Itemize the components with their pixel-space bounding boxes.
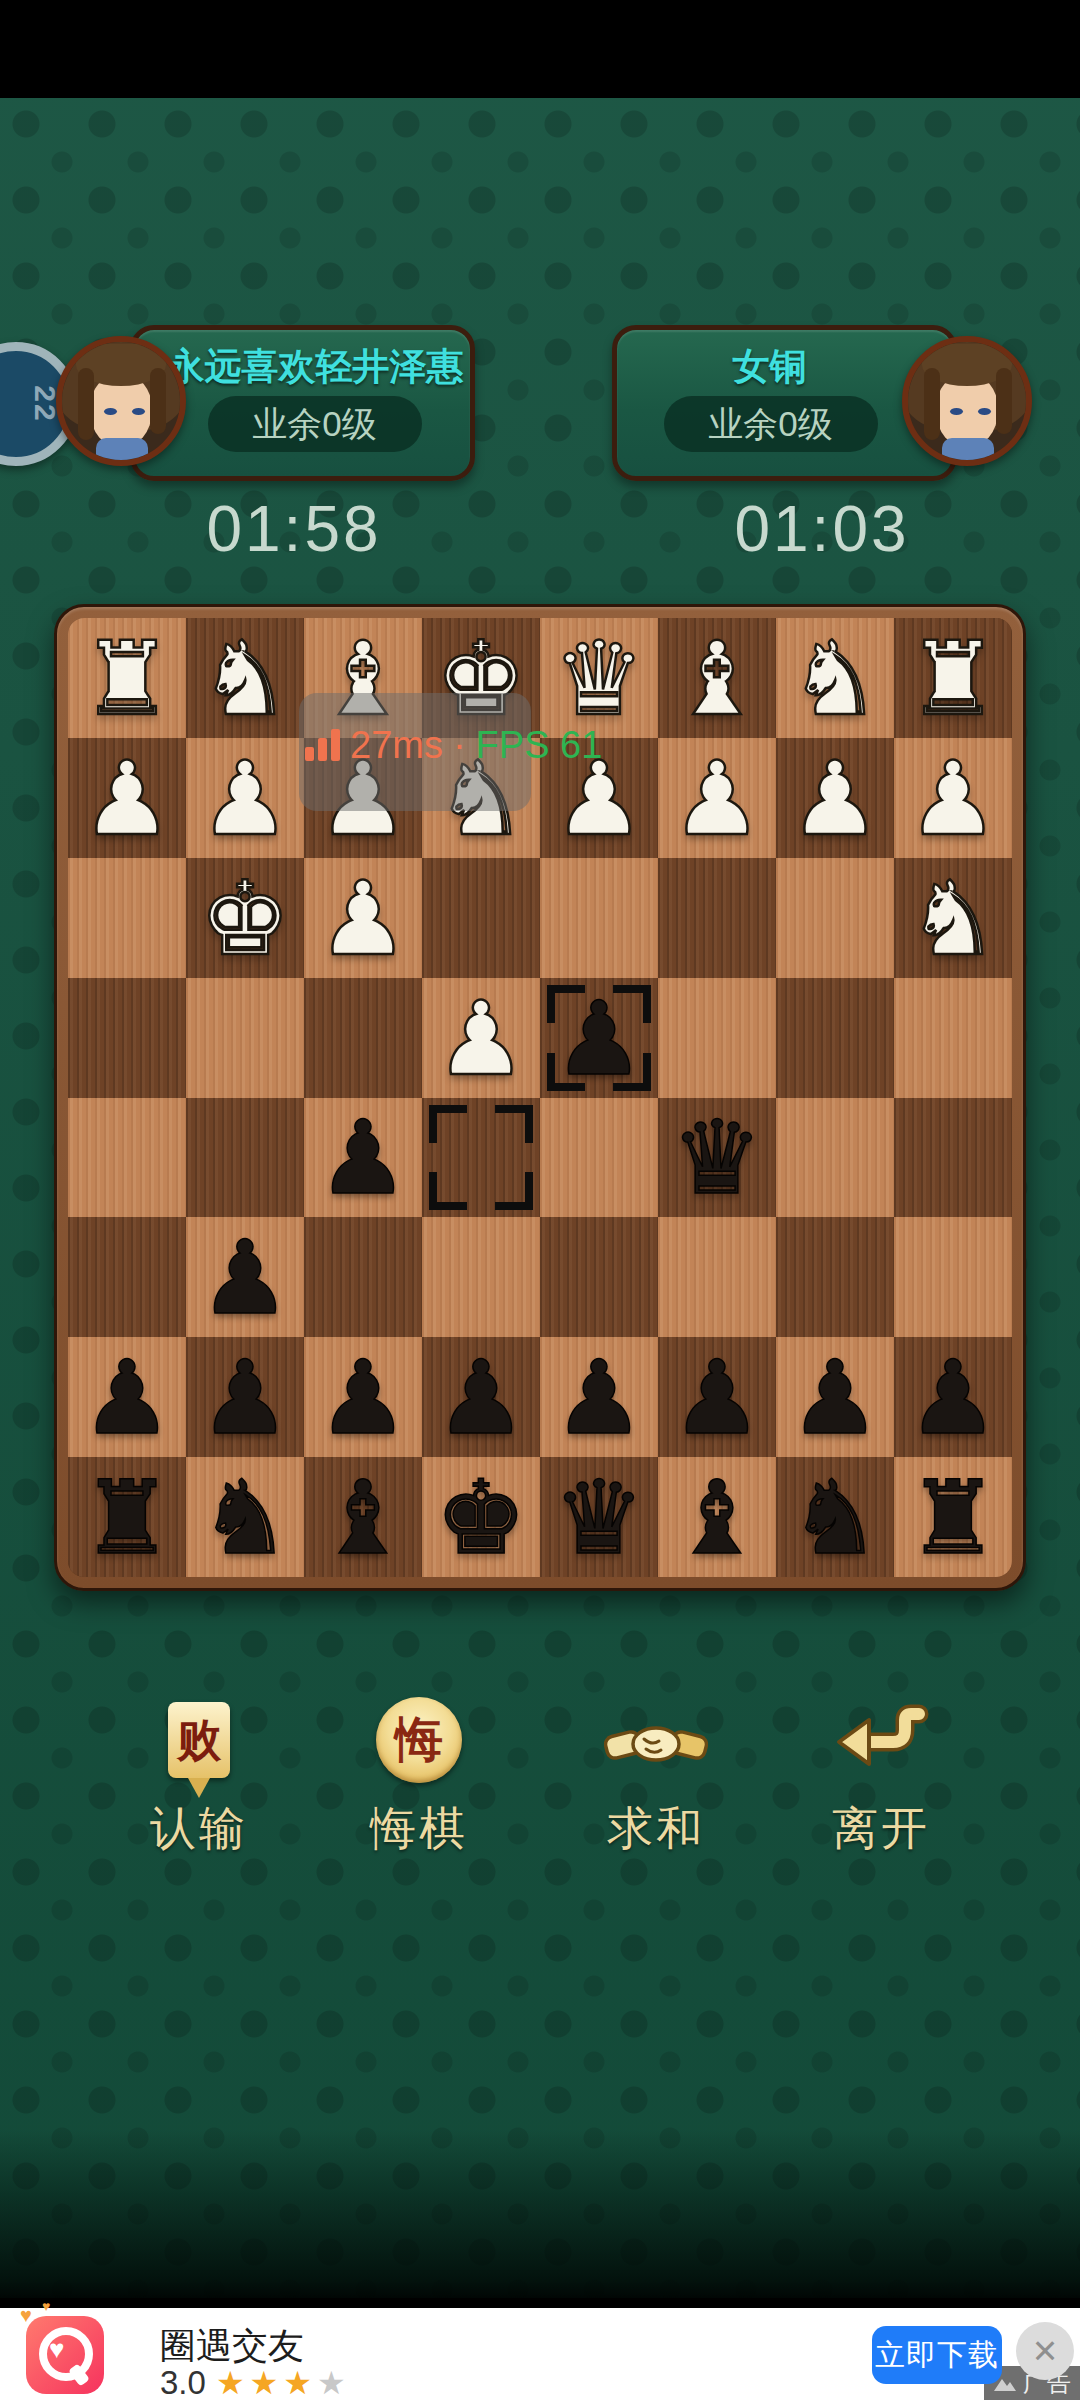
black-piece-p: ♟ xyxy=(199,1225,290,1329)
ad-close-button[interactable]: × xyxy=(1016,2322,1074,2380)
square-h1[interactable]: ♜ xyxy=(68,618,186,738)
avatar-hair-lock xyxy=(78,368,94,440)
ad-rating: 3.0 ★★★★ xyxy=(160,2364,351,2400)
square-e8[interactable]: ♚ xyxy=(422,1457,540,1577)
white-piece-b: ♝ xyxy=(671,626,762,730)
square-a8[interactable]: ♜ xyxy=(894,1457,1012,1577)
square-b8[interactable]: ♞ xyxy=(776,1457,894,1577)
square-b4[interactable] xyxy=(776,978,894,1098)
white-piece-p: ♟ xyxy=(81,746,172,850)
resign-button[interactable]: 败 认输 xyxy=(114,1688,284,1860)
square-b2[interactable]: ♟ xyxy=(776,738,894,858)
avatar-eye xyxy=(950,408,963,415)
square-f8[interactable]: ♝ xyxy=(304,1457,422,1577)
square-b5[interactable] xyxy=(776,1098,894,1218)
fps-value: FPS 61 xyxy=(476,724,603,767)
white-piece-n: ♞ xyxy=(907,866,998,970)
heart-icon: ♥ xyxy=(49,2334,64,2365)
download-button[interactable]: 立即下载 xyxy=(872,2326,1002,2384)
square-h4[interactable] xyxy=(68,978,186,1098)
square-a2[interactable]: ♟ xyxy=(894,738,1012,858)
avatar-eye xyxy=(978,408,991,415)
black-piece-p: ♟ xyxy=(789,1345,880,1449)
square-f7[interactable]: ♟ xyxy=(304,1337,422,1457)
square-c1[interactable]: ♝ xyxy=(658,618,776,738)
white-piece-r: ♜ xyxy=(907,626,998,730)
ad-app-icon: ♥ ♥ ♥ xyxy=(26,2316,104,2394)
black-piece-p: ♟ xyxy=(671,1345,762,1449)
square-g6[interactable]: ♟ xyxy=(186,1217,304,1337)
draw-button[interactable]: 求和 xyxy=(571,1688,741,1860)
square-b6[interactable] xyxy=(776,1217,894,1337)
black-piece-n: ♞ xyxy=(199,1465,290,1569)
opponent-timer: 01:58 xyxy=(144,492,444,566)
undo-button[interactable]: 悔 悔棋 xyxy=(334,1688,504,1860)
square-d6[interactable] xyxy=(540,1217,658,1337)
avatar-hair-lock xyxy=(924,368,940,440)
draw-label: 求和 xyxy=(571,1798,741,1860)
square-d4[interactable]: ♟ xyxy=(540,978,658,1098)
square-f6[interactable] xyxy=(304,1217,422,1337)
square-g7[interactable]: ♟ xyxy=(186,1337,304,1457)
heart-icon: ♥ xyxy=(42,2298,50,2314)
square-a5[interactable] xyxy=(894,1098,1012,1218)
opponent-avatar[interactable] xyxy=(56,336,186,466)
separator-dot: · xyxy=(453,724,466,767)
square-h2[interactable]: ♟ xyxy=(68,738,186,858)
black-piece-n: ♞ xyxy=(789,1465,880,1569)
resign-label: 认输 xyxy=(114,1798,284,1860)
move-highlight-corner xyxy=(429,1172,467,1210)
move-highlight-corner xyxy=(547,985,585,1023)
square-c6[interactable] xyxy=(658,1217,776,1337)
square-a6[interactable] xyxy=(894,1217,1012,1337)
leave-arrow-icon xyxy=(796,1688,966,1792)
square-d3[interactable] xyxy=(540,858,658,978)
square-c3[interactable] xyxy=(658,858,776,978)
undo-label: 悔棋 xyxy=(334,1798,504,1860)
square-g4[interactable] xyxy=(186,978,304,1098)
leave-button[interactable]: 离开 xyxy=(796,1688,966,1860)
avatar-hair-lock xyxy=(996,368,1012,434)
white-piece-p: ♟ xyxy=(199,746,290,850)
resign-flag-icon: 败 xyxy=(114,1688,284,1792)
move-highlight-corner xyxy=(429,1105,467,1143)
black-piece-b: ♝ xyxy=(317,1465,408,1569)
square-e7[interactable]: ♟ xyxy=(422,1337,540,1457)
move-highlight-corner xyxy=(495,1105,533,1143)
white-piece-q: ♛ xyxy=(553,626,644,730)
move-highlight-corner xyxy=(613,985,651,1023)
square-f3[interactable]: ♟ xyxy=(304,858,422,978)
black-piece-q: ♛ xyxy=(671,1105,762,1209)
player-level-badge: 业余0级 xyxy=(664,396,878,452)
white-piece-n: ♞ xyxy=(199,626,290,730)
square-g3[interactable]: ♚ xyxy=(186,858,304,978)
square-e4[interactable]: ♟ xyxy=(422,978,540,1098)
white-piece-k: ♚ xyxy=(199,866,290,970)
black-piece-p: ♟ xyxy=(553,1345,644,1449)
square-a1[interactable]: ♜ xyxy=(894,618,1012,738)
white-piece-r: ♜ xyxy=(81,626,172,730)
square-e5[interactable] xyxy=(422,1098,540,1218)
square-c2[interactable]: ♟ xyxy=(658,738,776,858)
black-piece-p: ♟ xyxy=(907,1345,998,1449)
avatar-body xyxy=(96,438,148,464)
leave-label: 离开 xyxy=(796,1798,966,1860)
black-piece-p: ♟ xyxy=(317,1105,408,1209)
square-b3[interactable] xyxy=(776,858,894,978)
white-piece-p: ♟ xyxy=(435,986,526,1090)
square-h7[interactable]: ♟ xyxy=(68,1337,186,1457)
black-piece-b: ♝ xyxy=(671,1465,762,1569)
move-highlight-corner xyxy=(613,1053,651,1091)
black-piece-r: ♜ xyxy=(907,1465,998,1569)
white-piece-p: ♟ xyxy=(671,746,762,850)
app-screen: 22 永远喜欢轻井泽惠 业余0级 01:58 女铜 业余0级 01:03 ♜♞♝… xyxy=(0,0,1080,2400)
close-icon: × xyxy=(1033,2327,1058,2375)
undo-coin-icon: 悔 xyxy=(334,1688,504,1792)
avatar-eye xyxy=(132,408,145,415)
square-d7[interactable]: ♟ xyxy=(540,1337,658,1457)
black-piece-r: ♜ xyxy=(81,1465,172,1569)
square-g5[interactable] xyxy=(186,1098,304,1218)
ad-divider xyxy=(0,2298,1080,2308)
black-piece-k: ♚ xyxy=(435,1465,526,1569)
square-h5[interactable] xyxy=(68,1098,186,1218)
status-bar xyxy=(0,0,1080,98)
black-piece-p: ♟ xyxy=(81,1345,172,1449)
black-piece-p: ♟ xyxy=(317,1345,408,1449)
black-piece-p: ♟ xyxy=(435,1345,526,1449)
bottom-fade xyxy=(0,2130,1080,2308)
white-piece-p: ♟ xyxy=(789,746,880,850)
square-b1[interactable]: ♞ xyxy=(776,618,894,738)
white-piece-p: ♟ xyxy=(907,746,998,850)
square-d8[interactable]: ♛ xyxy=(540,1457,658,1577)
player-avatar[interactable] xyxy=(902,336,1032,466)
signal-bars-icon xyxy=(305,729,340,761)
black-piece-p: ♟ xyxy=(199,1345,290,1449)
ad-rating-score: 3.0 xyxy=(160,2364,206,2400)
square-e6[interactable] xyxy=(422,1217,540,1337)
ping-value: 27ms xyxy=(350,724,443,767)
opponent-level-badge: 业余0级 xyxy=(208,396,422,452)
square-a4[interactable] xyxy=(894,978,1012,1098)
player-name: 女铜 xyxy=(617,342,952,392)
square-h6[interactable] xyxy=(68,1217,186,1337)
ad-banner[interactable]: ♥ ♥ ♥ 圈遇交友 3.0 ★★★★ 立即下载 × 广告 xyxy=(0,2308,1080,2400)
chess-board-frame: ♜♞♝♚♛♝♞♜♟♟♟♞♟♟♟♟♚♟♞♟♟♟♛♟♟♟♟♟♟♟♟♟♜♞♝♚♛♝♞♜… xyxy=(54,604,1026,1591)
square-c4[interactable] xyxy=(658,978,776,1098)
square-g1[interactable]: ♞ xyxy=(186,618,304,738)
square-d5[interactable] xyxy=(540,1098,658,1218)
square-c8[interactable]: ♝ xyxy=(658,1457,776,1577)
avatar-eye xyxy=(104,408,117,415)
star-rating-icons: ★★★★ xyxy=(216,2367,351,2399)
square-e3[interactable] xyxy=(422,858,540,978)
square-b7[interactable]: ♟ xyxy=(776,1337,894,1457)
square-h3[interactable] xyxy=(68,858,186,978)
network-status-overlay: 27ms · FPS 61 xyxy=(305,723,602,767)
player-timer: 01:03 xyxy=(672,492,972,566)
square-f4[interactable] xyxy=(304,978,422,1098)
square-d1[interactable]: ♛ xyxy=(540,618,658,738)
heart-icon: ♥ xyxy=(20,2304,32,2327)
avatar-body xyxy=(942,438,994,464)
opponent-name: 永远喜欢轻井泽惠 xyxy=(135,342,470,392)
move-highlight-corner xyxy=(547,1053,585,1091)
handshake-icon xyxy=(571,1688,741,1792)
square-a7[interactable]: ♟ xyxy=(894,1337,1012,1457)
square-a3[interactable]: ♞ xyxy=(894,858,1012,978)
square-c5[interactable]: ♛ xyxy=(658,1098,776,1218)
square-h8[interactable]: ♜ xyxy=(68,1457,186,1577)
black-piece-q: ♛ xyxy=(553,1465,644,1569)
action-bar: 败 认输 悔 悔棋 求和 xyxy=(0,1688,1080,1858)
white-piece-p: ♟ xyxy=(317,866,408,970)
avatar-hair-lock xyxy=(150,368,166,434)
square-c7[interactable]: ♟ xyxy=(658,1337,776,1457)
move-highlight-corner xyxy=(495,1172,533,1210)
white-piece-n: ♞ xyxy=(789,626,880,730)
square-g8[interactable]: ♞ xyxy=(186,1457,304,1577)
square-g2[interactable]: ♟ xyxy=(186,738,304,858)
square-f5[interactable]: ♟ xyxy=(304,1098,422,1218)
